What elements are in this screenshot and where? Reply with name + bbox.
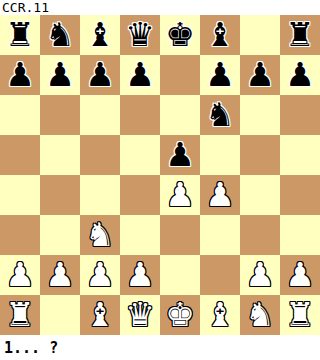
square-e3[interactable] [160, 215, 200, 255]
black-pawn-piece: ♟ [45, 55, 75, 95]
white-bishop-piece: ♝ [205, 295, 235, 335]
square-g6[interactable] [240, 95, 280, 135]
square-e6[interactable] [160, 95, 200, 135]
square-g5[interactable] [240, 135, 280, 175]
square-h7[interactable]: ♟ [280, 55, 320, 95]
square-b5[interactable] [40, 135, 80, 175]
square-f4[interactable]: ♟ [200, 175, 240, 215]
square-h8[interactable]: ♜ [280, 15, 320, 55]
square-f5[interactable] [200, 135, 240, 175]
square-h6[interactable] [280, 95, 320, 135]
diagram-title: CCR.11 [0, 0, 320, 15]
square-e8[interactable]: ♚ [160, 15, 200, 55]
square-c8[interactable]: ♝ [80, 15, 120, 55]
black-queen-piece: ♛ [125, 15, 155, 55]
square-b7[interactable]: ♟ [40, 55, 80, 95]
white-pawn-piece: ♟ [125, 255, 155, 295]
square-e2[interactable] [160, 255, 200, 295]
white-rook-piece: ♜ [285, 295, 315, 335]
square-a2[interactable]: ♟ [0, 255, 40, 295]
square-b4[interactable] [40, 175, 80, 215]
square-b8[interactable]: ♞ [40, 15, 80, 55]
white-pawn-piece: ♟ [45, 255, 75, 295]
square-d6[interactable] [120, 95, 160, 135]
white-pawn-piece: ♟ [165, 175, 195, 215]
square-d8[interactable]: ♛ [120, 15, 160, 55]
square-f1[interactable]: ♝ [200, 295, 240, 335]
white-rook-piece: ♜ [5, 295, 35, 335]
square-c1[interactable]: ♝ [80, 295, 120, 335]
black-pawn-piece: ♟ [205, 55, 235, 95]
black-pawn-piece: ♟ [5, 55, 35, 95]
black-bishop-piece: ♝ [205, 15, 235, 55]
square-c7[interactable]: ♟ [80, 55, 120, 95]
square-g8[interactable] [240, 15, 280, 55]
black-bishop-piece: ♝ [85, 15, 115, 55]
square-f6[interactable]: ♞ [200, 95, 240, 135]
move-prompt: 1... ? [0, 335, 320, 360]
square-g3[interactable] [240, 215, 280, 255]
square-a1[interactable]: ♜ [0, 295, 40, 335]
black-rook-piece: ♜ [285, 15, 315, 55]
square-c2[interactable]: ♟ [80, 255, 120, 295]
square-a3[interactable] [0, 215, 40, 255]
square-b3[interactable] [40, 215, 80, 255]
square-g1[interactable]: ♞ [240, 295, 280, 335]
square-a7[interactable]: ♟ [0, 55, 40, 95]
square-a5[interactable] [0, 135, 40, 175]
square-h2[interactable]: ♟ [280, 255, 320, 295]
square-a8[interactable]: ♜ [0, 15, 40, 55]
white-queen-piece: ♛ [125, 295, 155, 335]
square-f2[interactable] [200, 255, 240, 295]
white-king-piece: ♚ [165, 295, 195, 335]
square-g4[interactable] [240, 175, 280, 215]
white-pawn-piece: ♟ [5, 255, 35, 295]
square-d1[interactable]: ♛ [120, 295, 160, 335]
square-h4[interactable] [280, 175, 320, 215]
square-h1[interactable]: ♜ [280, 295, 320, 335]
square-h5[interactable] [280, 135, 320, 175]
square-g2[interactable]: ♟ [240, 255, 280, 295]
black-knight-piece: ♞ [45, 15, 75, 55]
square-d5[interactable] [120, 135, 160, 175]
square-d2[interactable]: ♟ [120, 255, 160, 295]
square-e4[interactable]: ♟ [160, 175, 200, 215]
square-b6[interactable] [40, 95, 80, 135]
black-pawn-piece: ♟ [165, 135, 195, 175]
square-c4[interactable] [80, 175, 120, 215]
square-c3[interactable]: ♞ [80, 215, 120, 255]
white-knight-piece: ♞ [245, 295, 275, 335]
black-pawn-piece: ♟ [85, 55, 115, 95]
black-pawn-piece: ♟ [245, 55, 275, 95]
square-d7[interactable]: ♟ [120, 55, 160, 95]
square-a6[interactable] [0, 95, 40, 135]
white-pawn-piece: ♟ [85, 255, 115, 295]
white-pawn-piece: ♟ [285, 255, 315, 295]
square-f8[interactable]: ♝ [200, 15, 240, 55]
square-g7[interactable]: ♟ [240, 55, 280, 95]
white-bishop-piece: ♝ [85, 295, 115, 335]
square-b2[interactable]: ♟ [40, 255, 80, 295]
square-b1[interactable] [40, 295, 80, 335]
chess-puzzle-window: CCR.11 ♜♞♝♛♚♝♜♟♟♟♟♟♟♟♞♟♟♟♞♟♟♟♟♟♟♜♝♛♚♝♞♜ … [0, 0, 320, 360]
square-a4[interactable] [0, 175, 40, 215]
black-rook-piece: ♜ [5, 15, 35, 55]
square-f7[interactable]: ♟ [200, 55, 240, 95]
white-pawn-piece: ♟ [205, 175, 235, 215]
square-c6[interactable] [80, 95, 120, 135]
white-pawn-piece: ♟ [245, 255, 275, 295]
square-h3[interactable] [280, 215, 320, 255]
black-knight-piece: ♞ [205, 95, 235, 135]
black-king-piece: ♚ [165, 15, 195, 55]
black-pawn-piece: ♟ [285, 55, 315, 95]
square-d3[interactable] [120, 215, 160, 255]
square-d4[interactable] [120, 175, 160, 215]
white-knight-piece: ♞ [85, 215, 115, 255]
black-pawn-piece: ♟ [125, 55, 155, 95]
chess-board: ♜♞♝♛♚♝♜♟♟♟♟♟♟♟♞♟♟♟♞♟♟♟♟♟♟♜♝♛♚♝♞♜ [0, 15, 320, 335]
square-e1[interactable]: ♚ [160, 295, 200, 335]
square-c5[interactable] [80, 135, 120, 175]
square-f3[interactable] [200, 215, 240, 255]
square-e5[interactable]: ♟ [160, 135, 200, 175]
square-e7[interactable] [160, 55, 200, 95]
